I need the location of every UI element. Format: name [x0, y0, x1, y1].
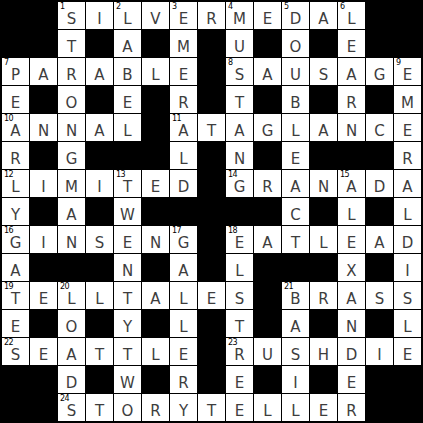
- cell-letter: X: [338, 263, 365, 280]
- cell-letter: L: [226, 263, 253, 280]
- cell-r10-c10[interactable]: 21B: [282, 282, 309, 309]
- cell-r4-c9[interactable]: G: [254, 114, 281, 141]
- cell-letter: N: [114, 263, 141, 280]
- cell-letter: Y: [170, 403, 197, 420]
- cell-r1-c8[interactable]: U: [226, 30, 253, 57]
- cell-r3-c4[interactable]: E: [114, 86, 141, 113]
- cell-r12-c13[interactable]: I: [366, 338, 393, 365]
- cell-r8-c13[interactable]: A: [366, 226, 393, 253]
- clue-number: 8: [228, 58, 233, 67]
- cell-r10-c7[interactable]: E: [198, 282, 225, 309]
- cell-r4-c6[interactable]: 11A: [170, 114, 197, 141]
- cell-r14-c5[interactable]: R: [142, 394, 169, 421]
- black-cell-r3-c7: [198, 86, 225, 113]
- cell-letter: A: [170, 263, 197, 280]
- cell-r10-c5[interactable]: A: [142, 282, 169, 309]
- cell-letter: L: [394, 319, 421, 336]
- cell-r0-c4[interactable]: 2L: [114, 2, 141, 29]
- cell-r3-c8[interactable]: T: [226, 86, 253, 113]
- cell-r2-c0[interactable]: 7P: [2, 58, 29, 85]
- cell-r7-c2[interactable]: A: [58, 198, 85, 225]
- cell-r9-c6[interactable]: A: [170, 254, 197, 281]
- cell-r12-c0[interactable]: 22S: [2, 338, 29, 365]
- cell-letter: A: [254, 235, 281, 252]
- cell-r2-c13[interactable]: G: [366, 58, 393, 85]
- black-cell-r1-c13: [366, 30, 393, 57]
- black-cell-r11-c7: [198, 310, 225, 337]
- black-cell-r9-c9: [254, 254, 281, 281]
- cell-r11-c14[interactable]: L: [394, 310, 421, 337]
- cell-r1-c10[interactable]: O: [282, 30, 309, 57]
- cell-letter: A: [338, 179, 365, 196]
- clue-number: 9: [396, 58, 401, 67]
- cell-letter: E: [254, 11, 281, 28]
- black-cell-r7-c7: [198, 198, 225, 225]
- cell-r8-c0[interactable]: 16G: [2, 226, 29, 253]
- cell-letter: M: [170, 39, 197, 56]
- cell-r6-c11[interactable]: N: [310, 170, 337, 197]
- cell-r7-c10[interactable]: C: [282, 198, 309, 225]
- cell-r8-c9[interactable]: A: [254, 226, 281, 253]
- cell-letter: R: [58, 67, 85, 84]
- cell-letter: N: [226, 151, 253, 168]
- black-cell-r7-c1: [30, 198, 57, 225]
- cell-r7-c12[interactable]: L: [338, 198, 365, 225]
- cell-r14-c7[interactable]: T: [198, 394, 225, 421]
- cell-letter: T: [86, 347, 113, 364]
- black-cell-r13-c5: [142, 366, 169, 393]
- cell-r12-c9[interactable]: U: [254, 338, 281, 365]
- cell-letter: P: [2, 67, 29, 84]
- clue-number: 6: [340, 2, 345, 11]
- black-cell-r6-c7: [198, 170, 225, 197]
- cell-r6-c14[interactable]: A: [394, 170, 421, 197]
- cell-r4-c13[interactable]: C: [366, 114, 393, 141]
- cell-r9-c8[interactable]: L: [226, 254, 253, 281]
- cell-letter: L: [282, 403, 309, 420]
- cell-r0-c11[interactable]: A: [310, 2, 337, 29]
- cell-letter: T: [226, 319, 253, 336]
- cell-r6-c2[interactable]: M: [58, 170, 85, 197]
- cell-r2-c10[interactable]: U: [282, 58, 309, 85]
- cell-r1-c4[interactable]: A: [114, 30, 141, 57]
- cell-r1-c6[interactable]: M: [170, 30, 197, 57]
- cell-letter: L: [2, 179, 29, 196]
- cell-letter: A: [310, 11, 337, 28]
- cell-r4-c10[interactable]: L: [282, 114, 309, 141]
- cell-letter: L: [394, 207, 421, 224]
- black-cell-r3-c11: [310, 86, 337, 113]
- cell-r8-c12[interactable]: E: [338, 226, 365, 253]
- black-cell-r5-c13: [366, 142, 393, 169]
- black-cell-r5-c7: [198, 142, 225, 169]
- black-cell-r11-c3: [86, 310, 113, 337]
- cell-r10-c12[interactable]: A: [338, 282, 365, 309]
- cell-r2-c4[interactable]: B: [114, 58, 141, 85]
- cell-r3-c0[interactable]: E: [2, 86, 29, 113]
- cell-r14-c10[interactable]: L: [282, 394, 309, 421]
- cell-letter: S: [310, 67, 337, 84]
- cell-r12-c14[interactable]: E: [394, 338, 421, 365]
- cell-letter: U: [226, 39, 253, 56]
- black-cell-r9-c13: [366, 254, 393, 281]
- black-cell-r1-c14: [394, 30, 421, 57]
- cell-letter: A: [114, 39, 141, 56]
- cell-r14-c4[interactable]: O: [114, 394, 141, 421]
- cell-r13-c10[interactable]: I: [282, 366, 309, 393]
- cell-r8-c14[interactable]: D: [394, 226, 421, 253]
- cell-r14-c9[interactable]: L: [254, 394, 281, 421]
- cell-r6-c0[interactable]: 12L: [2, 170, 29, 197]
- cell-letter: H: [310, 347, 337, 364]
- cell-r4-c3[interactable]: A: [86, 114, 113, 141]
- cell-r0-c7[interactable]: R: [198, 2, 225, 29]
- clue-number: 7: [4, 58, 9, 67]
- black-cell-r13-c1: [30, 366, 57, 393]
- cell-letter: A: [2, 123, 29, 140]
- black-cell-r13-c14: [394, 366, 421, 393]
- cell-letter: U: [282, 67, 309, 84]
- cell-r6-c6[interactable]: D: [170, 170, 197, 197]
- cell-letter: A: [366, 235, 393, 252]
- cell-r7-c0[interactable]: Y: [2, 198, 29, 225]
- cell-r0-c8[interactable]: 4M: [226, 2, 253, 29]
- black-cell-r7-c3: [86, 198, 113, 225]
- cell-letter: R: [226, 347, 253, 364]
- cell-r10-c2[interactable]: 20L: [58, 282, 85, 309]
- cell-r14-c3[interactable]: T: [86, 394, 113, 421]
- cell-r10-c11[interactable]: R: [310, 282, 337, 309]
- cell-letter: T: [2, 291, 29, 308]
- cell-r3-c6[interactable]: R: [170, 86, 197, 113]
- cell-r2-c3[interactable]: A: [86, 58, 113, 85]
- cell-letter: I: [86, 11, 113, 28]
- cell-r4-c0[interactable]: 10A: [2, 114, 29, 141]
- cell-letter: T: [282, 235, 309, 252]
- cell-r3-c10[interactable]: B: [282, 86, 309, 113]
- cell-r6-c8[interactable]: 14G: [226, 170, 253, 197]
- black-cell-r10-c9: [254, 282, 281, 309]
- cell-r4-c4[interactable]: L: [114, 114, 141, 141]
- cell-letter: G: [170, 235, 197, 252]
- cell-r4-c11[interactable]: A: [310, 114, 337, 141]
- cell-letter: A: [142, 291, 169, 308]
- cell-r9-c4[interactable]: N: [114, 254, 141, 281]
- cell-letter: E: [226, 403, 253, 420]
- cell-letter: A: [226, 123, 253, 140]
- black-cell-r9-c5: [142, 254, 169, 281]
- cell-letter: E: [338, 235, 365, 252]
- black-cell-r9-c2: [58, 254, 85, 281]
- cell-r12-c12[interactable]: D: [338, 338, 365, 365]
- cell-letter: T: [58, 39, 85, 56]
- cell-r2-c6[interactable]: E: [170, 58, 197, 85]
- cell-letter: O: [282, 39, 309, 56]
- cell-letter: I: [30, 179, 57, 196]
- black-cell-r14-c14: [394, 394, 421, 421]
- cell-letter: G: [226, 179, 253, 196]
- cell-r5-c0[interactable]: R: [2, 142, 29, 169]
- cell-r2-c9[interactable]: A: [254, 58, 281, 85]
- cell-letter: N: [30, 123, 57, 140]
- cell-r0-c6[interactable]: 3E: [170, 2, 197, 29]
- cell-r14-c12[interactable]: R: [338, 394, 365, 421]
- cell-r2-c5[interactable]: L: [142, 58, 169, 85]
- cell-r9-c14[interactable]: I: [394, 254, 421, 281]
- cell-r8-c3[interactable]: S: [86, 226, 113, 253]
- cell-r12-c10[interactable]: S: [282, 338, 309, 365]
- cell-r6-c1[interactable]: I: [30, 170, 57, 197]
- black-cell-r11-c5: [142, 310, 169, 337]
- clue-number: 4: [228, 2, 233, 11]
- cell-letter: R: [254, 179, 281, 196]
- cell-r14-c2[interactable]: 24S: [58, 394, 85, 421]
- cell-r11-c12[interactable]: N: [338, 310, 365, 337]
- clue-number: 5: [284, 2, 289, 11]
- cell-r14-c6[interactable]: Y: [170, 394, 197, 421]
- cell-letter: A: [254, 67, 281, 84]
- cell-r8-c5[interactable]: N: [142, 226, 169, 253]
- cell-r7-c4[interactable]: W: [114, 198, 141, 225]
- cell-r6-c10[interactable]: A: [282, 170, 309, 197]
- cell-r4-c14[interactable]: E: [394, 114, 421, 141]
- black-cell-r1-c3: [86, 30, 113, 57]
- cell-r14-c8[interactable]: E: [226, 394, 253, 421]
- cell-r10-c4[interactable]: T: [114, 282, 141, 309]
- cell-r12-c4[interactable]: T: [114, 338, 141, 365]
- cell-letter: R: [198, 11, 225, 28]
- cell-r8-c11[interactable]: L: [310, 226, 337, 253]
- cell-r0-c12[interactable]: 6L: [338, 2, 365, 29]
- cell-letter: G: [58, 151, 85, 168]
- cell-r6-c13[interactable]: D: [366, 170, 393, 197]
- cell-letter: W: [114, 375, 141, 392]
- cell-r12-c2[interactable]: A: [58, 338, 85, 365]
- cell-r2-c14[interactable]: 9E: [394, 58, 421, 85]
- cell-letter: T: [114, 347, 141, 364]
- cell-r11-c0[interactable]: E: [2, 310, 29, 337]
- cell-r12-c1[interactable]: E: [30, 338, 57, 365]
- cell-letter: S: [2, 347, 29, 364]
- cell-letter: I: [282, 375, 309, 392]
- cell-r6-c9[interactable]: R: [254, 170, 281, 197]
- cell-r9-c12[interactable]: X: [338, 254, 365, 281]
- cell-r5-c14[interactable]: R: [394, 142, 421, 169]
- cell-r2-c11[interactable]: S: [310, 58, 337, 85]
- clue-number: 2: [116, 2, 121, 11]
- cell-letter: O: [58, 95, 85, 112]
- cell-r1-c12[interactable]: E: [338, 30, 365, 57]
- cell-letter: E: [2, 319, 29, 336]
- cell-r0-c5[interactable]: V: [142, 2, 169, 29]
- cell-letter: L: [170, 291, 197, 308]
- cell-r10-c13[interactable]: S: [366, 282, 393, 309]
- cell-r5-c2[interactable]: G: [58, 142, 85, 169]
- cell-r5-c10[interactable]: E: [282, 142, 309, 169]
- cell-r8-c1[interactable]: I: [30, 226, 57, 253]
- cell-letter: R: [2, 151, 29, 168]
- black-cell-r5-c9: [254, 142, 281, 169]
- cell-letter: G: [254, 123, 281, 140]
- cell-r6-c4[interactable]: 13T: [114, 170, 141, 197]
- black-cell-r4-c5: [142, 114, 169, 141]
- cell-letter: N: [338, 123, 365, 140]
- cell-letter: V: [142, 11, 169, 28]
- cell-letter: L: [310, 235, 337, 252]
- black-cell-r11-c13: [366, 310, 393, 337]
- cell-r2-c2[interactable]: R: [58, 58, 85, 85]
- black-cell-r11-c1: [30, 310, 57, 337]
- cell-letter: R: [338, 95, 365, 112]
- cell-r9-c0[interactable]: A: [2, 254, 29, 281]
- black-cell-r9-c3: [86, 254, 113, 281]
- cell-r0-c3[interactable]: I: [86, 2, 113, 29]
- cell-r12-c3[interactable]: T: [86, 338, 113, 365]
- cell-r4-c7[interactable]: T: [198, 114, 225, 141]
- cell-r14-c11[interactable]: E: [310, 394, 337, 421]
- cell-letter: C: [366, 123, 393, 140]
- cell-r10-c3[interactable]: L: [86, 282, 113, 309]
- black-cell-r0-c13: [366, 2, 393, 29]
- black-cell-r5-c12: [338, 142, 365, 169]
- cell-letter: U: [254, 347, 281, 364]
- cell-r13-c2[interactable]: D: [58, 366, 85, 393]
- cell-letter: A: [58, 207, 85, 224]
- cell-r5-c6[interactable]: L: [170, 142, 197, 169]
- cell-letter: I: [86, 179, 113, 196]
- black-cell-r14-c0: [2, 394, 29, 421]
- cell-letter: E: [2, 95, 29, 112]
- cell-r10-c1[interactable]: E: [30, 282, 57, 309]
- cell-letter: A: [282, 179, 309, 196]
- cell-r4-c1[interactable]: N: [30, 114, 57, 141]
- cell-r12-c6[interactable]: E: [170, 338, 197, 365]
- cell-r2-c12[interactable]: A: [338, 58, 365, 85]
- black-cell-r12-c7: [198, 338, 225, 365]
- cell-letter: L: [86, 291, 113, 308]
- cell-r11-c6[interactable]: L: [170, 310, 197, 337]
- cell-letter: E: [170, 347, 197, 364]
- cell-letter: L: [142, 67, 169, 84]
- cell-r13-c6[interactable]: R: [170, 366, 197, 393]
- cell-letter: E: [142, 179, 169, 196]
- cell-r6-c5[interactable]: E: [142, 170, 169, 197]
- black-cell-r14-c13: [366, 394, 393, 421]
- black-cell-r13-c7: [198, 366, 225, 393]
- cell-r11-c10[interactable]: A: [282, 310, 309, 337]
- cell-r13-c4[interactable]: W: [114, 366, 141, 393]
- cell-r12-c8[interactable]: 23R: [226, 338, 253, 365]
- cell-letter: T: [86, 403, 113, 420]
- black-cell-r0-c0: [2, 2, 29, 29]
- cell-r0-c2[interactable]: 1S: [58, 2, 85, 29]
- cell-r11-c4[interactable]: Y: [114, 310, 141, 337]
- black-cell-r1-c11: [310, 30, 337, 57]
- cell-r13-c8[interactable]: E: [226, 366, 253, 393]
- cell-r12-c5[interactable]: L: [142, 338, 169, 365]
- cell-r10-c14[interactable]: S: [394, 282, 421, 309]
- cell-r10-c0[interactable]: 19T: [2, 282, 29, 309]
- cell-letter: L: [114, 11, 141, 28]
- cell-r3-c14[interactable]: M: [394, 86, 421, 113]
- cell-r2-c1[interactable]: A: [30, 58, 57, 85]
- cell-r10-c6[interactable]: L: [170, 282, 197, 309]
- cell-r13-c12[interactable]: E: [338, 366, 365, 393]
- cell-letter: Y: [2, 207, 29, 224]
- cell-letter: A: [170, 123, 197, 140]
- cell-letter: E: [338, 39, 365, 56]
- cell-letter: L: [170, 319, 197, 336]
- cell-letter: E: [282, 151, 309, 168]
- cell-r8-c2[interactable]: N: [58, 226, 85, 253]
- black-cell-r7-c6: [170, 198, 197, 225]
- clue-number: 1: [60, 2, 65, 11]
- cell-r12-c11[interactable]: H: [310, 338, 337, 365]
- cell-r11-c8[interactable]: T: [226, 310, 253, 337]
- cell-letter: E: [394, 123, 421, 140]
- black-cell-r3-c9: [254, 86, 281, 113]
- cell-letter: D: [338, 347, 365, 364]
- cell-r6-c12[interactable]: 15A: [338, 170, 365, 197]
- cell-letter: D: [58, 375, 85, 392]
- cell-r8-c6[interactable]: 17G: [170, 226, 197, 253]
- cell-r4-c8[interactable]: A: [226, 114, 253, 141]
- cell-letter: N: [338, 319, 365, 336]
- cell-r7-c14[interactable]: L: [394, 198, 421, 225]
- cell-letter: S: [58, 11, 85, 28]
- clue-number: 3: [172, 2, 177, 11]
- black-cell-r0-c14: [394, 2, 421, 29]
- black-cell-r7-c9: [254, 198, 281, 225]
- cell-letter: R: [142, 403, 169, 420]
- cell-r8-c10[interactable]: T: [282, 226, 309, 253]
- cell-letter: M: [394, 95, 421, 112]
- cell-r10-c8[interactable]: S: [226, 282, 253, 309]
- cell-r4-c2[interactable]: N: [58, 114, 85, 141]
- cell-letter: E: [394, 67, 421, 84]
- cell-r0-c9[interactable]: E: [254, 2, 281, 29]
- cell-r0-c10[interactable]: 5D: [282, 2, 309, 29]
- cell-letter: I: [30, 235, 57, 252]
- cell-letter: G: [366, 67, 393, 84]
- black-cell-r5-c3: [86, 142, 113, 169]
- cell-r5-c8[interactable]: N: [226, 142, 253, 169]
- cell-r8-c4[interactable]: E: [114, 226, 141, 253]
- black-cell-r7-c11: [310, 198, 337, 225]
- cell-r3-c2[interactable]: O: [58, 86, 85, 113]
- cell-r8-c8[interactable]: 18E: [226, 226, 253, 253]
- cell-letter: L: [114, 123, 141, 140]
- cell-letter: N: [58, 235, 85, 252]
- cell-r1-c2[interactable]: T: [58, 30, 85, 57]
- black-cell-r1-c1: [30, 30, 57, 57]
- cell-letter: E: [310, 403, 337, 420]
- cell-letter: W: [114, 207, 141, 224]
- cell-r3-c12[interactable]: R: [338, 86, 365, 113]
- cell-letter: B: [114, 67, 141, 84]
- cell-letter: R: [310, 291, 337, 308]
- cell-r11-c2[interactable]: O: [58, 310, 85, 337]
- cell-r4-c12[interactable]: N: [338, 114, 365, 141]
- black-cell-r14-c1: [30, 394, 57, 421]
- cell-letter: T: [114, 291, 141, 308]
- cell-letter: D: [366, 179, 393, 196]
- cell-r6-c3[interactable]: I: [86, 170, 113, 197]
- cell-r2-c8[interactable]: 8S: [226, 58, 253, 85]
- cell-letter: S: [366, 291, 393, 308]
- black-cell-r13-c9: [254, 366, 281, 393]
- cell-letter: S: [58, 403, 85, 420]
